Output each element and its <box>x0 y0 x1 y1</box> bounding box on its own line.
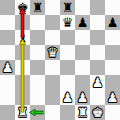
square-d3[interactable] <box>45 75 60 90</box>
square-f5[interactable] <box>75 45 90 60</box>
square-f2[interactable]: ♟ <box>75 90 90 105</box>
square-f7[interactable]: ♟ <box>75 15 90 30</box>
square-a7[interactable] <box>0 15 15 30</box>
square-e8[interactable]: ♜ <box>60 0 75 15</box>
piece-black-king[interactable]: ♚ <box>15 0 30 15</box>
square-b5[interactable] <box>15 45 30 60</box>
square-a1[interactable] <box>0 105 15 120</box>
piece-white-king[interactable]: ♚ <box>90 105 105 120</box>
square-d4[interactable] <box>45 60 60 75</box>
piece-white-rook[interactable]: ♜ <box>15 105 30 120</box>
square-f8[interactable] <box>75 0 90 15</box>
square-c3[interactable] <box>30 75 45 90</box>
piece-white-queen[interactable]: ♛ <box>45 45 60 60</box>
square-h2[interactable]: ♟ <box>105 90 120 105</box>
piece-white-pawn[interactable]: ♟ <box>60 90 75 105</box>
square-c2[interactable] <box>30 90 45 105</box>
square-a3[interactable] <box>0 75 15 90</box>
square-h3[interactable] <box>105 75 120 90</box>
square-f3[interactable] <box>75 75 90 90</box>
piece-black-bishop[interactable]: ♝ <box>15 30 30 45</box>
square-b4[interactable] <box>15 60 30 75</box>
square-d6[interactable] <box>45 30 60 45</box>
piece-white-pawn[interactable]: ♟ <box>90 75 105 90</box>
square-f6[interactable] <box>75 30 90 45</box>
square-d7[interactable] <box>45 15 60 30</box>
piece-black-pawn[interactable]: ♟ <box>105 15 120 30</box>
square-c4[interactable] <box>30 60 45 75</box>
square-d2[interactable] <box>45 90 60 105</box>
piece-black-rook[interactable]: ♜ <box>60 0 75 15</box>
square-d1[interactable] <box>45 105 60 120</box>
square-h5[interactable] <box>105 45 120 60</box>
square-e1[interactable] <box>60 105 75 120</box>
piece-white-pawn[interactable]: ♟ <box>105 90 120 105</box>
square-b2[interactable] <box>15 90 30 105</box>
square-b3[interactable] <box>15 75 30 90</box>
piece-black-rook[interactable]: ♜ <box>30 0 45 15</box>
square-a5[interactable] <box>0 45 15 60</box>
piece-white-pawn[interactable]: ♟ <box>0 60 15 75</box>
square-g8[interactable] <box>90 0 105 15</box>
square-c7[interactable] <box>30 15 45 30</box>
piece-white-rook[interactable]: ♜ <box>75 105 90 120</box>
square-e5[interactable] <box>60 45 75 60</box>
square-g6[interactable] <box>90 30 105 45</box>
square-f4[interactable] <box>75 60 90 75</box>
square-g1[interactable]: ♚ <box>90 105 105 120</box>
square-g3[interactable]: ♟ <box>90 75 105 90</box>
square-c1[interactable] <box>30 105 45 120</box>
square-c6[interactable] <box>30 30 45 45</box>
square-e3[interactable] <box>60 75 75 90</box>
square-a2[interactable] <box>0 90 15 105</box>
square-e4[interactable] <box>60 60 75 75</box>
square-b6[interactable]: ♝ <box>15 30 30 45</box>
square-g5[interactable] <box>90 45 105 60</box>
square-h6[interactable] <box>105 30 120 45</box>
piece-white-pawn[interactable]: ♟ <box>75 90 90 105</box>
piece-black-pawn[interactable]: ♟ <box>75 15 90 30</box>
square-a4[interactable]: ♟ <box>0 60 15 75</box>
square-g4[interactable] <box>90 60 105 75</box>
square-d8[interactable] <box>45 0 60 15</box>
piece-black-queen[interactable]: ♛ <box>60 15 75 30</box>
square-f1[interactable]: ♜ <box>75 105 90 120</box>
square-e6[interactable] <box>60 30 75 45</box>
square-d5[interactable]: ♛ <box>45 45 60 60</box>
square-b7[interactable] <box>15 15 30 30</box>
square-g2[interactable] <box>90 90 105 105</box>
square-c5[interactable] <box>30 45 45 60</box>
square-a8[interactable] <box>0 0 15 15</box>
chess-board: ♚♜♜♛♟♟♝♛♟♟♟♟♟♜♜♚ <box>0 0 120 120</box>
square-h1[interactable] <box>105 105 120 120</box>
square-h8[interactable] <box>105 0 120 15</box>
square-e7[interactable]: ♛ <box>60 15 75 30</box>
square-h4[interactable] <box>105 60 120 75</box>
square-g7[interactable] <box>90 15 105 30</box>
square-h7[interactable]: ♟ <box>105 15 120 30</box>
square-c8[interactable]: ♜ <box>30 0 45 15</box>
square-a6[interactable] <box>0 30 15 45</box>
square-b8[interactable]: ♚ <box>15 0 30 15</box>
square-e2[interactable]: ♟ <box>60 90 75 105</box>
square-b1[interactable]: ♜ <box>15 105 30 120</box>
